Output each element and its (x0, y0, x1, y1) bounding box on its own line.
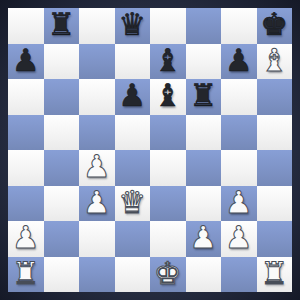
square-f5[interactable] (186, 115, 222, 151)
square-c8[interactable] (79, 8, 115, 44)
square-e5[interactable] (150, 115, 186, 151)
piece-white-pawn-a2[interactable]: ♟ (12, 222, 40, 253)
square-f6[interactable]: ♜ (186, 79, 222, 115)
square-e2[interactable] (150, 221, 186, 257)
square-d4[interactable] (115, 150, 151, 186)
square-d3[interactable]: ♛ (115, 186, 151, 222)
square-e1[interactable]: ♚ (150, 257, 186, 293)
square-h8[interactable]: ♚ (257, 8, 293, 44)
square-g4[interactable] (221, 150, 257, 186)
square-h2[interactable] (257, 221, 293, 257)
piece-black-pawn-d6[interactable]: ♟ (118, 80, 146, 111)
square-g1[interactable] (221, 257, 257, 293)
square-a7[interactable]: ♟ (8, 44, 44, 80)
piece-black-bishop-e7[interactable]: ♝ (154, 45, 182, 76)
chess-board: ♜♛♚♟♝♟♝♟♝♜♟♟♛♟♟♟♟♜♚♜ (8, 8, 292, 292)
square-g7[interactable]: ♟ (221, 44, 257, 80)
piece-white-pawn-f2[interactable]: ♟ (189, 222, 217, 253)
piece-black-king-h8[interactable]: ♚ (260, 9, 288, 40)
square-g6[interactable] (221, 79, 257, 115)
piece-white-queen-d3[interactable]: ♛ (118, 187, 146, 218)
piece-white-pawn-c3[interactable]: ♟ (83, 187, 111, 218)
square-c6[interactable] (79, 79, 115, 115)
square-a3[interactable] (8, 186, 44, 222)
square-b6[interactable] (44, 79, 80, 115)
square-b8[interactable]: ♜ (44, 8, 80, 44)
square-h4[interactable] (257, 150, 293, 186)
piece-black-queen-d8[interactable]: ♛ (118, 9, 146, 40)
piece-white-rook-a1[interactable]: ♜ (12, 258, 40, 289)
piece-black-rook-f6[interactable]: ♜ (189, 80, 217, 111)
square-d1[interactable] (115, 257, 151, 293)
piece-white-bishop-h7[interactable]: ♝ (260, 45, 288, 76)
square-e8[interactable] (150, 8, 186, 44)
square-b4[interactable] (44, 150, 80, 186)
square-e7[interactable]: ♝ (150, 44, 186, 80)
square-a4[interactable] (8, 150, 44, 186)
square-f4[interactable] (186, 150, 222, 186)
piece-white-pawn-g3[interactable]: ♟ (225, 187, 253, 218)
square-h6[interactable] (257, 79, 293, 115)
square-f2[interactable]: ♟ (186, 221, 222, 257)
piece-white-pawn-c4[interactable]: ♟ (83, 151, 111, 182)
square-c2[interactable] (79, 221, 115, 257)
square-g2[interactable]: ♟ (221, 221, 257, 257)
square-a8[interactable] (8, 8, 44, 44)
square-g3[interactable]: ♟ (221, 186, 257, 222)
square-d2[interactable] (115, 221, 151, 257)
square-h1[interactable]: ♜ (257, 257, 293, 293)
piece-white-pawn-g2[interactable]: ♟ (225, 222, 253, 253)
square-c5[interactable] (79, 115, 115, 151)
square-a5[interactable] (8, 115, 44, 151)
piece-white-king-e1[interactable]: ♚ (154, 258, 182, 289)
square-b7[interactable] (44, 44, 80, 80)
square-f3[interactable] (186, 186, 222, 222)
square-d6[interactable]: ♟ (115, 79, 151, 115)
square-f7[interactable] (186, 44, 222, 80)
square-h5[interactable] (257, 115, 293, 151)
square-a6[interactable] (8, 79, 44, 115)
piece-black-rook-b8[interactable]: ♜ (47, 9, 75, 40)
square-b3[interactable] (44, 186, 80, 222)
square-f8[interactable] (186, 8, 222, 44)
square-f1[interactable] (186, 257, 222, 293)
piece-black-pawn-g7[interactable]: ♟ (225, 45, 253, 76)
square-d8[interactable]: ♛ (115, 8, 151, 44)
square-c1[interactable] (79, 257, 115, 293)
square-d7[interactable] (115, 44, 151, 80)
piece-black-bishop-e6[interactable]: ♝ (154, 80, 182, 111)
square-e3[interactable] (150, 186, 186, 222)
square-g8[interactable] (221, 8, 257, 44)
square-c7[interactable] (79, 44, 115, 80)
square-a1[interactable]: ♜ (8, 257, 44, 293)
square-c4[interactable]: ♟ (79, 150, 115, 186)
square-e6[interactable]: ♝ (150, 79, 186, 115)
square-b5[interactable] (44, 115, 80, 151)
square-g5[interactable] (221, 115, 257, 151)
square-b1[interactable] (44, 257, 80, 293)
piece-white-rook-h1[interactable]: ♜ (260, 258, 288, 289)
square-d5[interactable] (115, 115, 151, 151)
square-h3[interactable] (257, 186, 293, 222)
square-b2[interactable] (44, 221, 80, 257)
square-h7[interactable]: ♝ (257, 44, 293, 80)
piece-black-pawn-a7[interactable]: ♟ (12, 45, 40, 76)
square-c3[interactable]: ♟ (79, 186, 115, 222)
square-a2[interactable]: ♟ (8, 221, 44, 257)
square-e4[interactable] (150, 150, 186, 186)
board-frame: ♜♛♚♟♝♟♝♟♝♜♟♟♛♟♟♟♟♜♚♜ (0, 0, 300, 300)
